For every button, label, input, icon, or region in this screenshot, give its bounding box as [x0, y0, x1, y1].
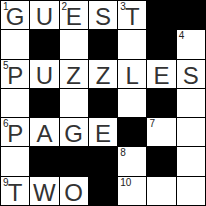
- cell-letter: Z: [60, 64, 88, 88]
- clue-number: 8: [120, 147, 126, 158]
- cell-r2c2: [30, 30, 58, 58]
- cell-r6c5[interactable]: 8: [118, 147, 146, 175]
- cell-r1c1[interactable]: 1G: [1, 1, 29, 29]
- cell-r2c7[interactable]: 4: [177, 30, 205, 58]
- cell-letter: A: [30, 122, 58, 146]
- cell-r6c1[interactable]: [1, 147, 29, 175]
- cell-r6c7[interactable]: [177, 147, 205, 175]
- clue-number: 10: [120, 177, 131, 188]
- cell-letter: W: [30, 181, 58, 205]
- cell-r2c3[interactable]: [60, 30, 88, 58]
- clue-number: 4: [179, 30, 185, 41]
- cell-letter: O: [60, 181, 88, 205]
- cell-r6c4: [89, 147, 117, 175]
- cell-r1c2[interactable]: U: [30, 1, 58, 29]
- cell-r7c2[interactable]: W: [30, 177, 58, 205]
- cell-r4c1[interactable]: [1, 89, 29, 117]
- cell-r7c5[interactable]: 10: [118, 177, 146, 205]
- cell-r5c3[interactable]: G: [60, 118, 88, 146]
- cell-letter: E: [147, 64, 175, 88]
- cell-letter: S: [177, 64, 205, 88]
- cell-r1c3[interactable]: 2E: [60, 1, 88, 29]
- cell-r4c2: [30, 89, 58, 117]
- cell-r1c7: [177, 1, 205, 29]
- cell-letter: T: [1, 181, 29, 205]
- cell-letter: G: [1, 5, 29, 29]
- cell-r7c3[interactable]: O: [60, 177, 88, 205]
- cell-letter: E: [89, 122, 117, 146]
- cell-r5c4[interactable]: E: [89, 118, 117, 146]
- cell-r5c7[interactable]: [177, 118, 205, 146]
- cell-r2c1[interactable]: [1, 30, 29, 58]
- cell-r1c5[interactable]: 3T: [118, 1, 146, 29]
- cell-r7c1[interactable]: 9T: [1, 177, 29, 205]
- cell-r3c1[interactable]: 5P: [1, 60, 29, 88]
- cell-letter: T: [118, 5, 146, 29]
- cell-r4c3[interactable]: [60, 89, 88, 117]
- cell-letter: U: [30, 5, 58, 29]
- cell-r6c3: [60, 147, 88, 175]
- cell-r3c7[interactable]: S: [177, 60, 205, 88]
- cell-r3c4[interactable]: Z: [89, 60, 117, 88]
- cell-r7c7[interactable]: [177, 177, 205, 205]
- clue-number: 7: [149, 118, 155, 129]
- cell-letter: U: [30, 64, 58, 88]
- crossword-grid: 1GU2ES3T45PUZZLES6PAGE789TWO10: [0, 0, 206, 206]
- cell-r5c2[interactable]: A: [30, 118, 58, 146]
- cell-r7c4: [89, 177, 117, 205]
- cell-r6c2: [30, 147, 58, 175]
- cell-r3c3[interactable]: Z: [60, 60, 88, 88]
- cell-r4c7[interactable]: [177, 89, 205, 117]
- cell-r2c6: [147, 30, 175, 58]
- cell-letter: Z: [89, 64, 117, 88]
- cell-r5c5: [118, 118, 146, 146]
- cell-letter: P: [1, 122, 29, 146]
- cell-r3c6[interactable]: E: [147, 60, 175, 88]
- cell-r6c6: [147, 147, 175, 175]
- cell-r4c4: [89, 89, 117, 117]
- cell-r3c5[interactable]: L: [118, 60, 146, 88]
- cell-r1c6: [147, 1, 175, 29]
- cell-r2c4: [89, 30, 117, 58]
- cell-r7c6[interactable]: [147, 177, 175, 205]
- cell-r5c6[interactable]: 7: [147, 118, 175, 146]
- cell-letter: L: [118, 64, 146, 88]
- cell-r3c2[interactable]: U: [30, 60, 58, 88]
- cell-r4c5[interactable]: [118, 89, 146, 117]
- cell-r2c5[interactable]: [118, 30, 146, 58]
- cell-r5c1[interactable]: 6P: [1, 118, 29, 146]
- cell-letter: S: [89, 5, 117, 29]
- cell-letter: E: [60, 5, 88, 29]
- cell-r4c6: [147, 89, 175, 117]
- cell-r1c4[interactable]: S: [89, 1, 117, 29]
- cell-letter: P: [1, 64, 29, 88]
- cell-letter: G: [60, 122, 88, 146]
